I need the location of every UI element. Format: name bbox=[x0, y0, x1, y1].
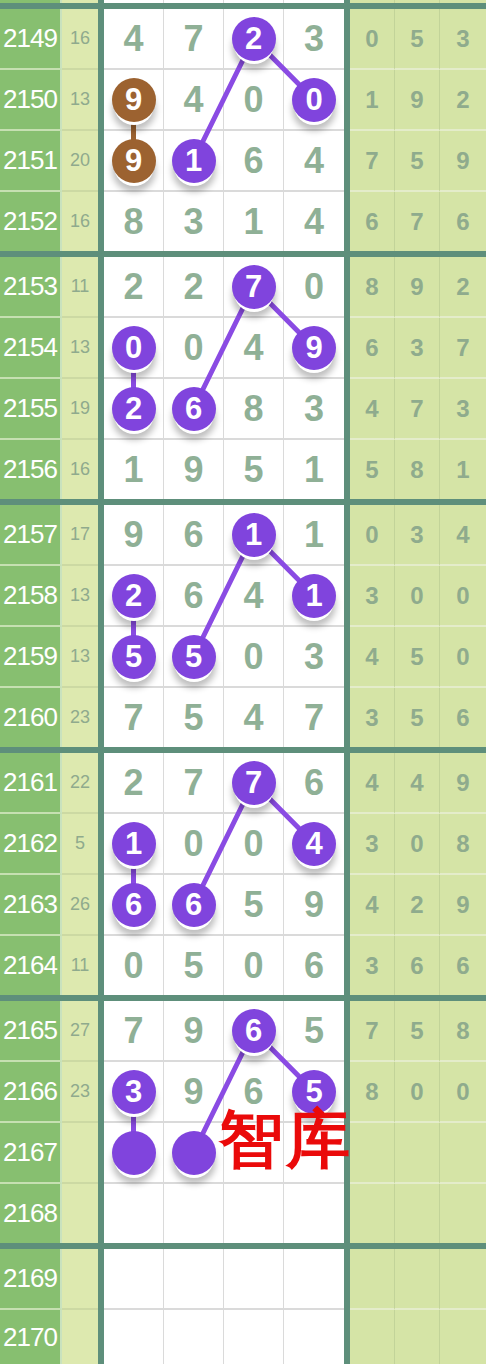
main-cell: 4 bbox=[224, 318, 284, 379]
table-row: 2170 bbox=[0, 1310, 486, 1364]
issue-cell: 2160 bbox=[0, 688, 62, 747]
main-cell: 0 bbox=[164, 318, 224, 379]
extra-cell: 7 bbox=[440, 318, 486, 379]
issue-cell: 2165 bbox=[0, 1001, 62, 1062]
sum-cell-text: 26 bbox=[70, 894, 90, 915]
main-cell: 4 bbox=[284, 814, 344, 875]
extra-cell: 3 bbox=[350, 566, 395, 627]
grid-digit: 6 bbox=[183, 514, 203, 556]
issue-cell: 2151 bbox=[0, 131, 62, 192]
extra-cell-text: 6 bbox=[410, 952, 423, 980]
issue-cell-text: 2152 bbox=[3, 206, 57, 237]
main-cell: 4 bbox=[164, 70, 224, 131]
extra-cell-text: 3 bbox=[365, 952, 378, 980]
extra-cell-text: 3 bbox=[410, 334, 423, 362]
extra-cell bbox=[350, 1249, 395, 1310]
issue-cell: 2168 bbox=[0, 1184, 62, 1243]
sum-cell-text: 13 bbox=[70, 337, 90, 358]
grid-digit: 8 bbox=[123, 201, 143, 243]
main-cell: 5 bbox=[224, 440, 284, 499]
sum-cell: 16 bbox=[62, 9, 98, 70]
circled-number-ball: 1 bbox=[112, 822, 156, 866]
extra-cell: 5 bbox=[395, 627, 440, 688]
main-cell bbox=[224, 1184, 284, 1243]
issue-cell: 2152 bbox=[0, 192, 62, 251]
issue-cell: 2166 bbox=[0, 1062, 62, 1123]
main-cell: 9 bbox=[104, 505, 164, 566]
extra-cell-text: 2 bbox=[456, 273, 469, 301]
sum-cell: 13 bbox=[62, 70, 98, 131]
issue-cell-text: 2168 bbox=[3, 1198, 57, 1229]
main-cell: 2 bbox=[224, 9, 284, 70]
circled-number-ball: 2 bbox=[112, 387, 156, 431]
sum-cell: 23 bbox=[62, 1062, 98, 1123]
grid-digit: 7 bbox=[123, 697, 143, 739]
main-cell: 3 bbox=[284, 379, 344, 440]
issue-cell-text: 2149 bbox=[3, 23, 57, 54]
main-cell: 2 bbox=[104, 566, 164, 627]
sum-cell-text: 23 bbox=[70, 707, 90, 728]
sum-cell: 13 bbox=[62, 318, 98, 379]
grid-digit: 0 bbox=[243, 636, 263, 678]
main-cell: 0 bbox=[224, 936, 284, 995]
main-cell bbox=[284, 1310, 344, 1364]
sum-cell: 17 bbox=[62, 505, 98, 566]
main-cell: 0 bbox=[284, 70, 344, 131]
extra-cell-text: 0 bbox=[365, 521, 378, 549]
sum-cell-text: 17 bbox=[70, 524, 90, 545]
main-cell: 4 bbox=[104, 9, 164, 70]
main-cell: 6 bbox=[284, 936, 344, 995]
grid-digit: 6 bbox=[304, 945, 324, 987]
main-cell bbox=[164, 1184, 224, 1243]
issue-cell-text: 2156 bbox=[3, 454, 57, 485]
main-cell bbox=[284, 1249, 344, 1310]
sum-cell-text: 13 bbox=[70, 585, 90, 606]
circled-number-ball: 6 bbox=[232, 1009, 276, 1053]
extra-cell-text: 0 bbox=[456, 1078, 469, 1106]
extra-cell-text: 8 bbox=[456, 830, 469, 858]
main-cell: 2 bbox=[104, 753, 164, 814]
extra-cell-text: 8 bbox=[410, 456, 423, 484]
main-cell: 7 bbox=[164, 9, 224, 70]
extra-cell bbox=[440, 1249, 486, 1310]
issue-cell: 2157 bbox=[0, 505, 62, 566]
issue-cell-text: 2162 bbox=[3, 828, 57, 859]
issue-cell: 2167 bbox=[0, 1123, 62, 1184]
circled-number-ball: 6 bbox=[112, 883, 156, 927]
grid-digit: 0 bbox=[243, 945, 263, 987]
top-row-sliver bbox=[0, 0, 486, 3]
extra-cell: 7 bbox=[350, 1001, 395, 1062]
grid-digit: 0 bbox=[183, 327, 203, 369]
grid-digit: 5 bbox=[243, 884, 263, 926]
circled-number-ball: 0 bbox=[112, 326, 156, 370]
extra-cell-text: 3 bbox=[410, 521, 423, 549]
extra-cell bbox=[350, 1123, 395, 1184]
grid-digit: 9 bbox=[123, 514, 143, 556]
grid-digit: 4 bbox=[243, 697, 263, 739]
sum-cell: 11 bbox=[62, 936, 98, 995]
issue-cell bbox=[0, 0, 62, 3]
sum-cell: 19 bbox=[62, 379, 98, 440]
table-row: 2161222776449 bbox=[0, 753, 486, 814]
main-cell bbox=[104, 1310, 164, 1364]
extra-cell: 6 bbox=[440, 192, 486, 251]
extra-cell-text: 0 bbox=[410, 582, 423, 610]
sum-cell: 16 bbox=[62, 440, 98, 499]
main-cell bbox=[104, 1123, 164, 1184]
extra-cell: 6 bbox=[350, 318, 395, 379]
extra-cell: 4 bbox=[350, 753, 395, 814]
issue-cell-text: 2160 bbox=[3, 702, 57, 733]
extra-cell: 5 bbox=[395, 131, 440, 192]
lottery-trend-chart[interactable]: 2149164723053215013940019221512091647592… bbox=[0, 0, 486, 1364]
main-cell: 9 bbox=[284, 318, 344, 379]
extra-cell: 3 bbox=[440, 379, 486, 440]
grid-digit: 4 bbox=[304, 140, 324, 182]
extra-cell-text: 9 bbox=[456, 147, 469, 175]
extra-cell-text: 8 bbox=[365, 1078, 378, 1106]
main-cell: 9 bbox=[164, 1062, 224, 1123]
main-cell: 6 bbox=[284, 753, 344, 814]
main-cell: 6 bbox=[164, 566, 224, 627]
issue-cell-text: 2158 bbox=[3, 580, 57, 611]
extra-cell: 0 bbox=[395, 1062, 440, 1123]
extra-cell-text: 0 bbox=[410, 1078, 423, 1106]
circled-number-ball: 3 bbox=[112, 1070, 156, 1114]
grid-digit: 9 bbox=[304, 884, 324, 926]
circled-number-ball: 5 bbox=[172, 635, 216, 679]
table-row: 2157179611034 bbox=[0, 505, 486, 566]
issue-cell: 2149 bbox=[0, 9, 62, 70]
main-cell bbox=[224, 1249, 284, 1310]
extra-cell: 9 bbox=[440, 753, 486, 814]
issue-cell: 2158 bbox=[0, 566, 62, 627]
grid-digit: 6 bbox=[183, 575, 203, 617]
extra-cell-text: 9 bbox=[456, 891, 469, 919]
main-cell bbox=[224, 1310, 284, 1364]
main-cell: 1 bbox=[164, 131, 224, 192]
extra-cell: 6 bbox=[440, 688, 486, 747]
issue-cell-text: 2150 bbox=[3, 84, 57, 115]
sum-cell-text: 13 bbox=[70, 646, 90, 667]
extra-cell-text: 7 bbox=[365, 1017, 378, 1045]
main-cell: 6 bbox=[224, 1001, 284, 1062]
extra-cell-text: 1 bbox=[365, 86, 378, 114]
main-cell bbox=[284, 0, 344, 3]
extra-cell: 3 bbox=[395, 505, 440, 566]
main-cell: 6 bbox=[164, 379, 224, 440]
extra-cell-text: 6 bbox=[365, 208, 378, 236]
issue-cell-text: 2169 bbox=[3, 1263, 57, 1294]
main-cell: 8 bbox=[224, 379, 284, 440]
issue-cell-text: 2157 bbox=[3, 519, 57, 550]
grid-digit: 2 bbox=[123, 762, 143, 804]
extra-cell-text: 5 bbox=[410, 1017, 423, 1045]
table-row: 2151209164759 bbox=[0, 131, 486, 192]
circled-number-ball: 6 bbox=[172, 387, 216, 431]
main-cell: 9 bbox=[164, 1001, 224, 1062]
extra-cell-text: 5 bbox=[410, 147, 423, 175]
main-cell: 1 bbox=[104, 814, 164, 875]
sum-cell bbox=[62, 1123, 98, 1184]
main-cell: 3 bbox=[164, 192, 224, 251]
circled-number-ball: 6 bbox=[172, 883, 216, 927]
sum-cell-text: 16 bbox=[70, 211, 90, 232]
table-row: 2152168314676 bbox=[0, 192, 486, 251]
sum-cell-text: 16 bbox=[70, 28, 90, 49]
extra-cell-text: 7 bbox=[410, 395, 423, 423]
main-cell bbox=[104, 1249, 164, 1310]
main-cell: 9 bbox=[104, 131, 164, 192]
main-cell: 5 bbox=[104, 627, 164, 688]
extra-cell: 6 bbox=[350, 192, 395, 251]
main-cell: 7 bbox=[224, 257, 284, 318]
extra-cell-text: 6 bbox=[456, 704, 469, 732]
issue-cell-text: 2151 bbox=[3, 145, 57, 176]
extra-cell-text: 3 bbox=[456, 25, 469, 53]
main-cell: 0 bbox=[164, 814, 224, 875]
main-cell bbox=[164, 1123, 224, 1184]
extra-cell bbox=[350, 0, 395, 3]
main-cell: 2 bbox=[104, 379, 164, 440]
main-cell bbox=[104, 1184, 164, 1243]
issue-cell: 2154 bbox=[0, 318, 62, 379]
extra-cell-text: 8 bbox=[456, 1017, 469, 1045]
issue-cell-text: 2153 bbox=[3, 271, 57, 302]
main-cell bbox=[104, 0, 164, 3]
extra-cell: 3 bbox=[350, 688, 395, 747]
extra-cell: 2 bbox=[440, 70, 486, 131]
grid-digit: 3 bbox=[304, 388, 324, 430]
extra-cell: 0 bbox=[440, 1062, 486, 1123]
sum-cell: 27 bbox=[62, 1001, 98, 1062]
sum-cell: 13 bbox=[62, 627, 98, 688]
extra-cell: 1 bbox=[350, 70, 395, 131]
main-cell: 3 bbox=[284, 9, 344, 70]
extra-cell-text: 6 bbox=[456, 208, 469, 236]
extra-cell: 2 bbox=[440, 257, 486, 318]
grid-digit: 4 bbox=[243, 575, 263, 617]
grid-digit: 3 bbox=[304, 636, 324, 678]
main-cell bbox=[164, 0, 224, 3]
extra-cell-text: 4 bbox=[365, 891, 378, 919]
issue-cell: 2162 bbox=[0, 814, 62, 875]
sum-cell: 20 bbox=[62, 131, 98, 192]
extra-cell-text: 0 bbox=[365, 25, 378, 53]
extra-cell bbox=[440, 1184, 486, 1243]
grid-digit: 5 bbox=[304, 1010, 324, 1052]
extra-cell: 7 bbox=[395, 379, 440, 440]
main-cell: 5 bbox=[164, 688, 224, 747]
extra-cell bbox=[395, 0, 440, 3]
sum-cell-text: 22 bbox=[70, 772, 90, 793]
extra-cell: 3 bbox=[350, 814, 395, 875]
table-row: 2155192683473 bbox=[0, 379, 486, 440]
issue-cell: 2170 bbox=[0, 1310, 62, 1364]
extra-cell-text: 4 bbox=[365, 643, 378, 671]
issue-cell-text: 2170 bbox=[3, 1322, 57, 1353]
sum-cell: 26 bbox=[62, 875, 98, 936]
grid-digit: 0 bbox=[123, 945, 143, 987]
extra-cell-text: 5 bbox=[410, 25, 423, 53]
grid-digit: 2 bbox=[183, 266, 203, 308]
circled-number-ball: 9 bbox=[292, 326, 336, 370]
extra-cell: 3 bbox=[440, 9, 486, 70]
grid-digit: 7 bbox=[183, 762, 203, 804]
grid-digit: 7 bbox=[123, 1010, 143, 1052]
grid-digit: 4 bbox=[123, 18, 143, 60]
issue-cell: 2164 bbox=[0, 936, 62, 995]
main-cell: 0 bbox=[224, 814, 284, 875]
extra-cell: 8 bbox=[440, 814, 486, 875]
extra-cell bbox=[440, 1123, 486, 1184]
issue-cell: 2163 bbox=[0, 875, 62, 936]
circled-number-ball: 9 bbox=[112, 78, 156, 122]
main-cell: 7 bbox=[104, 688, 164, 747]
main-cell: 1 bbox=[104, 440, 164, 499]
extra-cell-text: 2 bbox=[456, 86, 469, 114]
extra-cell-text: 7 bbox=[456, 334, 469, 362]
main-cell: 5 bbox=[284, 1001, 344, 1062]
extra-cell bbox=[350, 1310, 395, 1364]
table-row: 2160237547356 bbox=[0, 688, 486, 747]
circled-number-ball: 5 bbox=[112, 635, 156, 679]
main-cell: 1 bbox=[224, 192, 284, 251]
extra-cell: 0 bbox=[395, 566, 440, 627]
table-row: 2150139400192 bbox=[0, 70, 486, 131]
main-cell: 0 bbox=[224, 70, 284, 131]
extra-cell: 5 bbox=[395, 688, 440, 747]
circled-number-ball: 1 bbox=[232, 513, 276, 557]
extra-cell: 9 bbox=[440, 875, 486, 936]
extra-cell: 8 bbox=[350, 1062, 395, 1123]
main-cell: 7 bbox=[284, 688, 344, 747]
grid-digit: 5 bbox=[243, 449, 263, 491]
issue-cell-text: 2163 bbox=[3, 889, 57, 920]
extra-cell: 3 bbox=[350, 936, 395, 995]
issue-cell: 2156 bbox=[0, 440, 62, 499]
extra-cell: 4 bbox=[395, 753, 440, 814]
table-row: 2154130049637 bbox=[0, 318, 486, 379]
extra-cell-text: 6 bbox=[365, 334, 378, 362]
main-cell: 0 bbox=[104, 318, 164, 379]
extra-cell-text: 4 bbox=[456, 521, 469, 549]
main-cell: 2 bbox=[104, 257, 164, 318]
main-cell: 9 bbox=[164, 440, 224, 499]
grid-digit: 9 bbox=[183, 449, 203, 491]
sum-cell bbox=[62, 0, 98, 3]
sum-cell-text: 19 bbox=[70, 398, 90, 419]
grid-digit: 3 bbox=[183, 201, 203, 243]
grid-digit: 7 bbox=[304, 697, 324, 739]
table-row: 2149164723053 bbox=[0, 9, 486, 70]
extra-cell bbox=[395, 1123, 440, 1184]
circled-number-ball: 9 bbox=[112, 139, 156, 183]
main-cell: 6 bbox=[164, 505, 224, 566]
main-cell: 1 bbox=[284, 440, 344, 499]
grid-digit: 0 bbox=[243, 79, 263, 121]
main-cell: 0 bbox=[224, 627, 284, 688]
table-row: 216251004308 bbox=[0, 814, 486, 875]
grid-digit: 2 bbox=[123, 266, 143, 308]
main-cell: 3 bbox=[284, 627, 344, 688]
main-cell bbox=[224, 0, 284, 3]
sum-cell-text: 23 bbox=[70, 1081, 90, 1102]
issue-cell-text: 2167 bbox=[3, 1137, 57, 1168]
extra-cell-text: 0 bbox=[456, 643, 469, 671]
sum-cell: 16 bbox=[62, 192, 98, 251]
grid-digit: 1 bbox=[243, 201, 263, 243]
extra-cell-text: 9 bbox=[410, 86, 423, 114]
sum-cell: 23 bbox=[62, 688, 98, 747]
extra-cell-text: 3 bbox=[456, 395, 469, 423]
grid-digit: 1 bbox=[304, 514, 324, 556]
grid-digit: 0 bbox=[183, 823, 203, 865]
extra-cell bbox=[395, 1249, 440, 1310]
watermark-text: 智库 bbox=[219, 1106, 353, 1173]
grid-digit: 1 bbox=[304, 449, 324, 491]
extra-cell-text: 9 bbox=[456, 769, 469, 797]
table-row: 2165277965758 bbox=[0, 1001, 486, 1062]
main-cell: 3 bbox=[104, 1062, 164, 1123]
extra-cell: 7 bbox=[395, 192, 440, 251]
extra-cell: 4 bbox=[440, 505, 486, 566]
sum-cell-text: 16 bbox=[70, 459, 90, 480]
main-cell: 6 bbox=[224, 131, 284, 192]
grid-digit: 5 bbox=[183, 945, 203, 987]
extra-cell: 0 bbox=[440, 566, 486, 627]
table-row: 2163266659429 bbox=[0, 875, 486, 936]
issue-cell: 2153 bbox=[0, 257, 62, 318]
extra-cell-text: 3 bbox=[365, 830, 378, 858]
extra-cell: 4 bbox=[350, 379, 395, 440]
extra-cell: 6 bbox=[395, 936, 440, 995]
sum-cell: 11 bbox=[62, 257, 98, 318]
extra-cell: 5 bbox=[395, 9, 440, 70]
table-row: 2153112270892 bbox=[0, 257, 486, 318]
extra-cell: 9 bbox=[395, 70, 440, 131]
main-cell: 4 bbox=[284, 192, 344, 251]
sum-cell-text: 11 bbox=[71, 955, 90, 976]
extra-cell-text: 4 bbox=[410, 769, 423, 797]
extra-cell-text: 1 bbox=[456, 456, 469, 484]
sum-cell-text: 20 bbox=[70, 150, 90, 171]
issue-cell: 2159 bbox=[0, 627, 62, 688]
issue-cell-text: 2154 bbox=[3, 332, 57, 363]
main-cell: 9 bbox=[104, 70, 164, 131]
extra-cell: 0 bbox=[350, 9, 395, 70]
extra-cell-text: 3 bbox=[365, 582, 378, 610]
issue-cell: 2161 bbox=[0, 753, 62, 814]
main-cell: 0 bbox=[104, 936, 164, 995]
extra-cell: 9 bbox=[395, 257, 440, 318]
main-cell bbox=[164, 1249, 224, 1310]
extra-cell: 8 bbox=[395, 440, 440, 499]
extra-cell-text: 6 bbox=[456, 952, 469, 980]
main-cell bbox=[284, 1184, 344, 1243]
extra-cell: 1 bbox=[440, 440, 486, 499]
issue-cell-text: 2166 bbox=[3, 1076, 57, 1107]
sum-cell bbox=[62, 1310, 98, 1364]
extra-cell: 5 bbox=[350, 440, 395, 499]
extra-cell-text: 7 bbox=[365, 147, 378, 175]
grid-digit: 4 bbox=[304, 201, 324, 243]
circled-number-ball: 7 bbox=[232, 761, 276, 805]
circled-number-ball: 7 bbox=[232, 265, 276, 309]
extra-cell bbox=[395, 1310, 440, 1364]
